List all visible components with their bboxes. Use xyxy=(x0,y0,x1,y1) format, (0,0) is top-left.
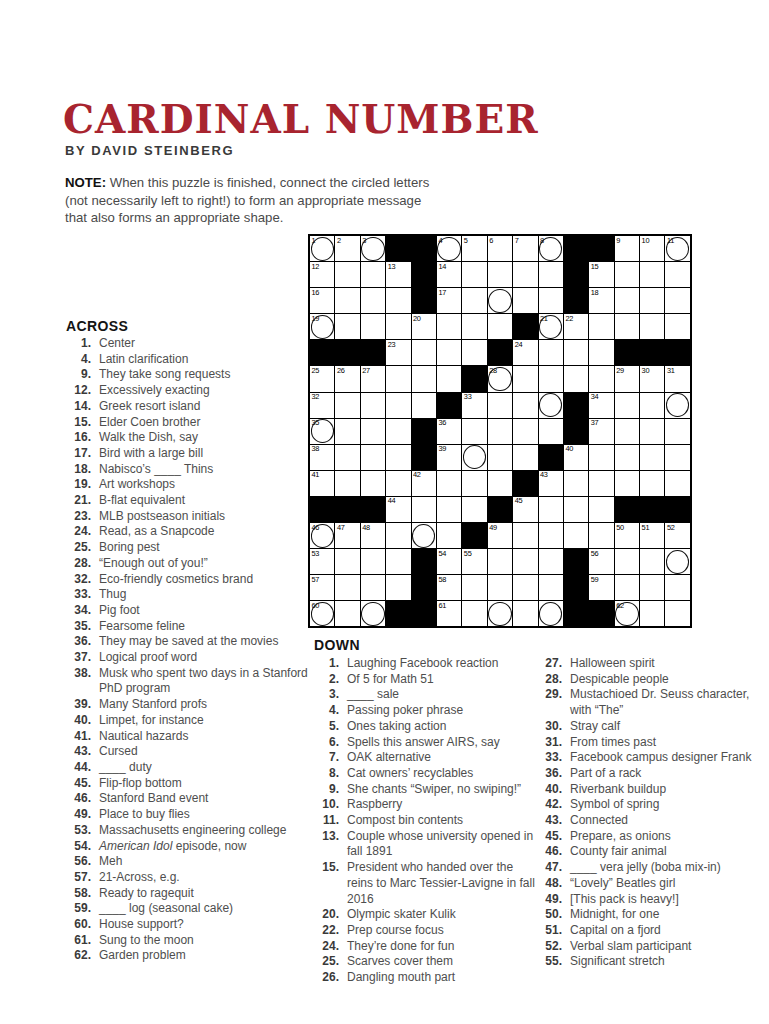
grid-cell[interactable] xyxy=(615,393,639,418)
grid-cell[interactable] xyxy=(539,523,563,548)
clue-item: 19.Art workshops xyxy=(66,477,312,493)
grid-cell[interactable] xyxy=(335,262,359,287)
grid-cell[interactable]: 16 xyxy=(310,288,334,313)
clue-text: Meh xyxy=(99,854,312,870)
clue-item: 25.Boring pest xyxy=(66,540,312,556)
grid-cell[interactable] xyxy=(513,288,537,313)
grid-cell[interactable]: 14 xyxy=(437,262,461,287)
grid-cell[interactable] xyxy=(539,340,563,365)
clue-number: 20. xyxy=(314,907,339,923)
clue-number: 27. xyxy=(537,656,562,672)
clue-item: 5.Ones taking action xyxy=(314,719,538,735)
grid-cell[interactable] xyxy=(462,340,486,365)
clue-text: Mustachioed Dr. Seuss character, with “T… xyxy=(570,687,767,718)
grid-cell[interactable] xyxy=(615,549,639,574)
cell-number: 55 xyxy=(464,550,472,558)
grid-cell[interactable] xyxy=(589,497,613,522)
clue-text: Couple whose university opened in fall 1… xyxy=(347,829,538,860)
grid-cell[interactable] xyxy=(386,419,410,444)
grid-cell[interactable]: 62 xyxy=(615,601,639,626)
clue-number: 51. xyxy=(537,923,562,939)
grid-cell[interactable] xyxy=(539,262,563,287)
clue-number: 35. xyxy=(66,619,91,635)
grid-cell[interactable]: 4 xyxy=(437,236,461,261)
black-cell xyxy=(412,549,436,574)
grid-cell[interactable]: 15 xyxy=(589,262,613,287)
grid-cell[interactable] xyxy=(513,393,537,418)
grid-cell[interactable]: 30 xyxy=(640,366,664,391)
black-cell xyxy=(386,236,410,261)
grid-cell[interactable]: 55 xyxy=(462,549,486,574)
cell-number: 39 xyxy=(438,445,446,453)
clue-number: 36. xyxy=(537,766,562,782)
grid-cell[interactable] xyxy=(665,262,689,287)
grid-cell[interactable]: 58 xyxy=(437,575,461,600)
clue-item: 15.President who handed over the reins t… xyxy=(314,860,538,907)
grid-cell[interactable] xyxy=(513,575,537,600)
clue-text: Flip-flop bottom xyxy=(99,776,312,792)
clue-item: 28.Despicable people xyxy=(537,672,767,688)
grid-cell[interactable] xyxy=(589,523,613,548)
clue-number: 62. xyxy=(66,948,91,964)
grid-cell[interactable] xyxy=(335,601,359,626)
grid-cell[interactable]: 36 xyxy=(437,419,461,444)
clue-number: 1. xyxy=(66,336,91,352)
grid-cell[interactable] xyxy=(412,340,436,365)
clue-item: 45.Prepare, as onions xyxy=(537,829,767,845)
grid-cell[interactable] xyxy=(437,314,461,339)
grid-cell[interactable] xyxy=(640,471,664,496)
cell-number: 49 xyxy=(489,524,497,532)
circle-marker xyxy=(437,237,460,261)
grid-cell[interactable] xyxy=(665,419,689,444)
clue-number: 23. xyxy=(66,509,91,525)
clue-item: 40.Limpet, for instance xyxy=(66,713,312,729)
grid-cell[interactable]: 39 xyxy=(437,445,461,470)
cell-number: 22 xyxy=(565,315,573,323)
grid-cell[interactable] xyxy=(386,523,410,548)
clue-text: Thug xyxy=(99,587,312,603)
clue-item: 11.Compost bin contents xyxy=(314,813,538,829)
grid-cell[interactable] xyxy=(564,366,588,391)
clue-item: 51.Capital on a fjord xyxy=(537,923,767,939)
grid-cell[interactable] xyxy=(335,393,359,418)
grid-cell[interactable]: 52 xyxy=(665,523,689,548)
grid-cell[interactable] xyxy=(615,419,639,444)
grid-cell[interactable]: 17 xyxy=(437,288,461,313)
grid-cell[interactable]: 12 xyxy=(310,262,334,287)
grid-cell[interactable]: 35 xyxy=(310,419,334,444)
grid-cell[interactable] xyxy=(665,471,689,496)
grid-cell[interactable] xyxy=(361,575,385,600)
grid-cell[interactable] xyxy=(386,549,410,574)
grid-cell[interactable] xyxy=(589,314,613,339)
clue-number: 26. xyxy=(314,970,339,986)
grid-cell[interactable]: 8 xyxy=(539,236,563,261)
clue-item: 33.Facebook campus designer Frank xyxy=(537,750,767,766)
clue-number: 30. xyxy=(537,719,562,735)
grid-cell[interactable]: 41 xyxy=(310,471,334,496)
clue-number: 19. xyxy=(66,477,91,493)
grid-cell[interactable] xyxy=(513,445,537,470)
cell-number: 43 xyxy=(540,471,548,479)
clue-number: 31. xyxy=(537,735,562,751)
clue-text: Ready to ragequit xyxy=(99,886,312,902)
grid-cell[interactable]: 40 xyxy=(564,445,588,470)
cell-number: 53 xyxy=(312,550,320,558)
grid-cell[interactable]: 31 xyxy=(665,366,689,391)
black-cell xyxy=(488,497,512,522)
grid-cell[interactable] xyxy=(437,497,461,522)
grid-cell[interactable] xyxy=(615,575,639,600)
clue-item: 15.Elder Coen brother xyxy=(66,415,312,431)
down-clue-list-col1: 1.Laughing Facebook reaction2.Of 5 for M… xyxy=(314,656,538,986)
cell-number: 16 xyxy=(312,289,320,297)
grid-cell[interactable] xyxy=(615,445,639,470)
grid-cell[interactable] xyxy=(361,601,385,626)
grid-cell[interactable] xyxy=(589,471,613,496)
black-cell xyxy=(310,340,334,365)
grid-cell[interactable] xyxy=(564,523,588,548)
grid-cell[interactable]: 6 xyxy=(488,236,512,261)
circle-marker xyxy=(488,602,511,626)
grid-cell[interactable]: 21 xyxy=(539,314,563,339)
clue-number: 17. xyxy=(66,446,91,462)
grid-cell[interactable] xyxy=(335,471,359,496)
grid-cell[interactable] xyxy=(488,445,512,470)
grid-cell[interactable]: 50 xyxy=(615,523,639,548)
grid-cell[interactable]: 47 xyxy=(335,523,359,548)
grid-cell[interactable]: 60 xyxy=(310,601,334,626)
black-cell xyxy=(640,497,664,522)
black-cell xyxy=(665,340,689,365)
down-clue-list-col2: 27.Halloween spirit28.Despicable people2… xyxy=(537,656,767,970)
clue-text: Riverbank buildup xyxy=(570,782,767,798)
grid-cell[interactable] xyxy=(539,575,563,600)
clue-number: 56. xyxy=(66,854,91,870)
grid-cell[interactable] xyxy=(640,601,664,626)
grid-cell[interactable] xyxy=(462,288,486,313)
grid-cell[interactable] xyxy=(488,262,512,287)
grid-cell[interactable] xyxy=(513,549,537,574)
grid-cell[interactable] xyxy=(589,445,613,470)
clue-number: 41. xyxy=(66,729,91,745)
grid-cell[interactable] xyxy=(437,523,461,548)
circle-marker xyxy=(615,602,638,626)
clue-number: 7. xyxy=(314,750,339,766)
grid-cell[interactable] xyxy=(640,314,664,339)
grid-cell[interactable] xyxy=(665,445,689,470)
clue-number: 10. xyxy=(314,797,339,813)
clue-item: 26.Dangling mouth part xyxy=(314,970,538,986)
clue-text: Ones taking action xyxy=(347,719,538,735)
grid-cell[interactable] xyxy=(462,575,486,600)
grid-cell[interactable] xyxy=(462,445,486,470)
grid-cell[interactable] xyxy=(488,549,512,574)
grid-cell[interactable] xyxy=(665,314,689,339)
clue-item: 24.They’re done for fun xyxy=(314,939,538,955)
grid-cell[interactable] xyxy=(386,393,410,418)
grid-cell[interactable]: 7 xyxy=(513,236,537,261)
clue-item: 36.Part of a rack xyxy=(537,766,767,782)
cell-number: 36 xyxy=(438,419,446,427)
grid-cell[interactable] xyxy=(615,314,639,339)
grid-cell[interactable] xyxy=(640,575,664,600)
grid-cell[interactable]: 3 xyxy=(361,236,385,261)
grid-cell[interactable]: 22 xyxy=(564,314,588,339)
grid-cell[interactable] xyxy=(361,393,385,418)
grid-cell[interactable] xyxy=(640,445,664,470)
across-heading: ACROSS xyxy=(66,318,128,334)
clue-item: 22.Prep course focus xyxy=(314,923,538,939)
grid-cell[interactable] xyxy=(412,497,436,522)
grid-cell[interactable]: 10 xyxy=(640,236,664,261)
grid-cell[interactable]: 13 xyxy=(386,262,410,287)
grid-cell[interactable] xyxy=(513,419,537,444)
clue-item: 35.Fearsome feline xyxy=(66,619,312,635)
clue-text: Center xyxy=(99,336,312,352)
grid-cell[interactable] xyxy=(412,523,436,548)
grid-cell[interactable] xyxy=(361,262,385,287)
circle-marker xyxy=(488,367,511,391)
clue-number: 29. xyxy=(537,687,562,718)
grid-cell[interactable]: 32 xyxy=(310,393,334,418)
grid-cell[interactable] xyxy=(564,340,588,365)
grid-cell[interactable]: 43 xyxy=(539,471,563,496)
grid-cell[interactable] xyxy=(386,575,410,600)
clue-text: Part of a rack xyxy=(570,766,767,782)
grid-cell[interactable] xyxy=(437,366,461,391)
clue-number: 45. xyxy=(537,829,562,845)
grid-cell[interactable] xyxy=(640,393,664,418)
grid-cell[interactable] xyxy=(361,549,385,574)
grid-cell[interactable] xyxy=(665,288,689,313)
grid-cell[interactable]: 5 xyxy=(462,236,486,261)
clue-text: Limpet, for instance xyxy=(99,713,312,729)
clue-number: 55. xyxy=(537,954,562,970)
grid-cell[interactable] xyxy=(462,497,486,522)
clue-item: 56.Meh xyxy=(66,854,312,870)
grid-cell[interactable] xyxy=(335,314,359,339)
grid-cell[interactable] xyxy=(539,419,563,444)
grid-cell[interactable] xyxy=(412,393,436,418)
grid-cell[interactable] xyxy=(665,393,689,418)
grid-cell[interactable] xyxy=(462,262,486,287)
grid-cell[interactable] xyxy=(412,366,436,391)
grid-cell[interactable]: 45 xyxy=(513,497,537,522)
grid-cell[interactable]: 48 xyxy=(361,523,385,548)
grid-cell[interactable]: 26 xyxy=(335,366,359,391)
clue-number: 15. xyxy=(66,415,91,431)
grid-cell[interactable] xyxy=(488,314,512,339)
grid-cell[interactable] xyxy=(564,497,588,522)
grid-cell[interactable]: 19 xyxy=(310,314,334,339)
clue-number: 4. xyxy=(66,352,91,368)
circle-marker xyxy=(361,237,384,261)
clue-item: 9.They take song requests xyxy=(66,367,312,383)
grid-cell[interactable]: 27 xyxy=(361,366,385,391)
circle-marker xyxy=(666,237,689,261)
cell-number: 58 xyxy=(438,576,446,584)
grid-cell[interactable] xyxy=(335,575,359,600)
grid-cell[interactable] xyxy=(335,419,359,444)
grid-cell[interactable] xyxy=(462,471,486,496)
clue-item: 27.Halloween spirit xyxy=(537,656,767,672)
clue-text: Pig foot xyxy=(99,603,312,619)
grid-cell[interactable] xyxy=(462,314,486,339)
grid-cell[interactable] xyxy=(386,445,410,470)
grid-cell[interactable]: 56 xyxy=(589,549,613,574)
grid-cell[interactable] xyxy=(488,471,512,496)
grid-cell[interactable]: 42 xyxy=(412,471,436,496)
grid-cell[interactable]: 46 xyxy=(310,523,334,548)
grid-cell[interactable] xyxy=(615,262,639,287)
grid-cell[interactable] xyxy=(564,471,588,496)
grid-cell[interactable]: 23 xyxy=(386,340,410,365)
grid-cell[interactable] xyxy=(640,288,664,313)
circle-marker xyxy=(539,315,562,339)
grid-cell[interactable]: 51 xyxy=(640,523,664,548)
grid-cell[interactable]: 18 xyxy=(589,288,613,313)
grid-cell[interactable] xyxy=(539,366,563,391)
grid-cell[interactable]: 33 xyxy=(462,393,486,418)
black-cell xyxy=(437,393,461,418)
clue-text: Spells this answer AIRS, say xyxy=(347,735,538,751)
grid-cell[interactable] xyxy=(640,419,664,444)
grid-cell[interactable] xyxy=(335,445,359,470)
grid-cell[interactable] xyxy=(615,288,639,313)
clue-text: Place to buy flies xyxy=(99,807,312,823)
grid-cell[interactable]: 54 xyxy=(437,549,461,574)
cell-number: 18 xyxy=(591,289,599,297)
clue-text: She chants “Swiper, no swiping!” xyxy=(347,782,538,798)
black-cell xyxy=(564,419,588,444)
grid-cell[interactable] xyxy=(589,366,613,391)
grid-cell[interactable] xyxy=(361,445,385,470)
grid-cell[interactable]: 1 xyxy=(310,236,334,261)
clue-text: ____ duty xyxy=(99,760,312,776)
grid-cell[interactable] xyxy=(539,497,563,522)
grid-cell[interactable] xyxy=(335,549,359,574)
clue-text: B-flat equivalent xyxy=(99,493,312,509)
black-cell xyxy=(564,601,588,626)
grid-cell[interactable] xyxy=(539,549,563,574)
grid-cell[interactable]: 61 xyxy=(437,601,461,626)
clue-text: Dangling mouth part xyxy=(347,970,538,986)
grid-cell[interactable] xyxy=(615,471,639,496)
grid-cell[interactable] xyxy=(539,288,563,313)
grid-cell[interactable]: 59 xyxy=(589,575,613,600)
grid-cell[interactable]: 53 xyxy=(310,549,334,574)
grid-cell[interactable]: 11 xyxy=(665,236,689,261)
clue-text: Cursed xyxy=(99,744,312,760)
black-cell xyxy=(564,549,588,574)
grid-cell[interactable] xyxy=(488,601,512,626)
clue-item: 34.Pig foot xyxy=(66,603,312,619)
grid-cell[interactable] xyxy=(386,314,410,339)
grid-cell[interactable] xyxy=(488,393,512,418)
grid-cell[interactable] xyxy=(437,340,461,365)
grid-cell[interactable]: 2 xyxy=(335,236,359,261)
clue-text: Olympic skater Kulik xyxy=(347,907,538,923)
grid-cell[interactable] xyxy=(335,288,359,313)
grid-cell[interactable] xyxy=(361,288,385,313)
clue-number: 49. xyxy=(66,807,91,823)
grid-cell[interactable]: 57 xyxy=(310,575,334,600)
grid-cell[interactable]: 9 xyxy=(615,236,639,261)
clue-item: 21.B-flat equivalent xyxy=(66,493,312,509)
clue-number: 43. xyxy=(537,813,562,829)
black-cell xyxy=(615,497,639,522)
cell-number: 23 xyxy=(388,341,396,349)
grid-cell[interactable] xyxy=(513,601,537,626)
clue-item: 50.Midnight, for one xyxy=(537,907,767,923)
grid-cell[interactable]: 25 xyxy=(310,366,334,391)
grid-cell[interactable] xyxy=(488,419,512,444)
grid-cell[interactable] xyxy=(513,262,537,287)
grid-cell[interactable] xyxy=(539,601,563,626)
clue-number: 49. xyxy=(537,892,562,908)
grid-cell[interactable] xyxy=(462,601,486,626)
clue-number: 1. xyxy=(314,656,339,672)
clue-number: 40. xyxy=(537,782,562,798)
grid-cell[interactable]: 20 xyxy=(412,314,436,339)
black-cell xyxy=(412,575,436,600)
cell-number: 37 xyxy=(591,419,599,427)
grid-cell[interactable]: 28 xyxy=(488,366,512,391)
grid-cell[interactable] xyxy=(361,419,385,444)
grid-cell[interactable] xyxy=(539,393,563,418)
crossword-grid[interactable]: 1234567891011121314151617181920212223242… xyxy=(308,234,692,628)
clue-item: 46.County fair animal xyxy=(537,844,767,860)
grid-cell[interactable] xyxy=(513,366,537,391)
grid-cell[interactable] xyxy=(386,366,410,391)
clue-item: 38.Musk who spent two days in a Stanford… xyxy=(66,666,312,697)
clue-item: 41.Nautical hazards xyxy=(66,729,312,745)
circle-marker xyxy=(311,315,334,339)
grid-cell[interactable]: 44 xyxy=(386,497,410,522)
grid-cell[interactable]: 34 xyxy=(589,393,613,418)
clue-number: 50. xyxy=(537,907,562,923)
grid-cell[interactable] xyxy=(386,471,410,496)
cell-number: 20 xyxy=(413,315,421,323)
grid-cell[interactable]: 49 xyxy=(488,523,512,548)
black-cell xyxy=(412,236,436,261)
grid-cell[interactable] xyxy=(589,340,613,365)
grid-cell[interactable] xyxy=(462,419,486,444)
grid-cell[interactable] xyxy=(488,575,512,600)
grid-cell[interactable]: 24 xyxy=(513,340,537,365)
clue-text: County fair animal xyxy=(570,844,767,860)
grid-cell[interactable] xyxy=(386,288,410,313)
clue-item: 42.Symbol of spring xyxy=(537,797,767,813)
grid-cell[interactable] xyxy=(665,549,689,574)
grid-cell[interactable] xyxy=(513,523,537,548)
grid-cell[interactable]: 38 xyxy=(310,445,334,470)
grid-cell[interactable] xyxy=(640,262,664,287)
grid-cell[interactable] xyxy=(488,288,512,313)
grid-cell[interactable] xyxy=(665,575,689,600)
grid-cell[interactable]: 29 xyxy=(615,366,639,391)
grid-cell[interactable] xyxy=(361,471,385,496)
clue-item: 49.Place to buy flies xyxy=(66,807,312,823)
grid-cell[interactable]: 37 xyxy=(589,419,613,444)
grid-cell[interactable] xyxy=(640,549,664,574)
clue-text: Latin clarification xyxy=(99,352,312,368)
grid-cell[interactable] xyxy=(361,314,385,339)
grid-cell[interactable] xyxy=(665,601,689,626)
grid-cell[interactable] xyxy=(437,471,461,496)
